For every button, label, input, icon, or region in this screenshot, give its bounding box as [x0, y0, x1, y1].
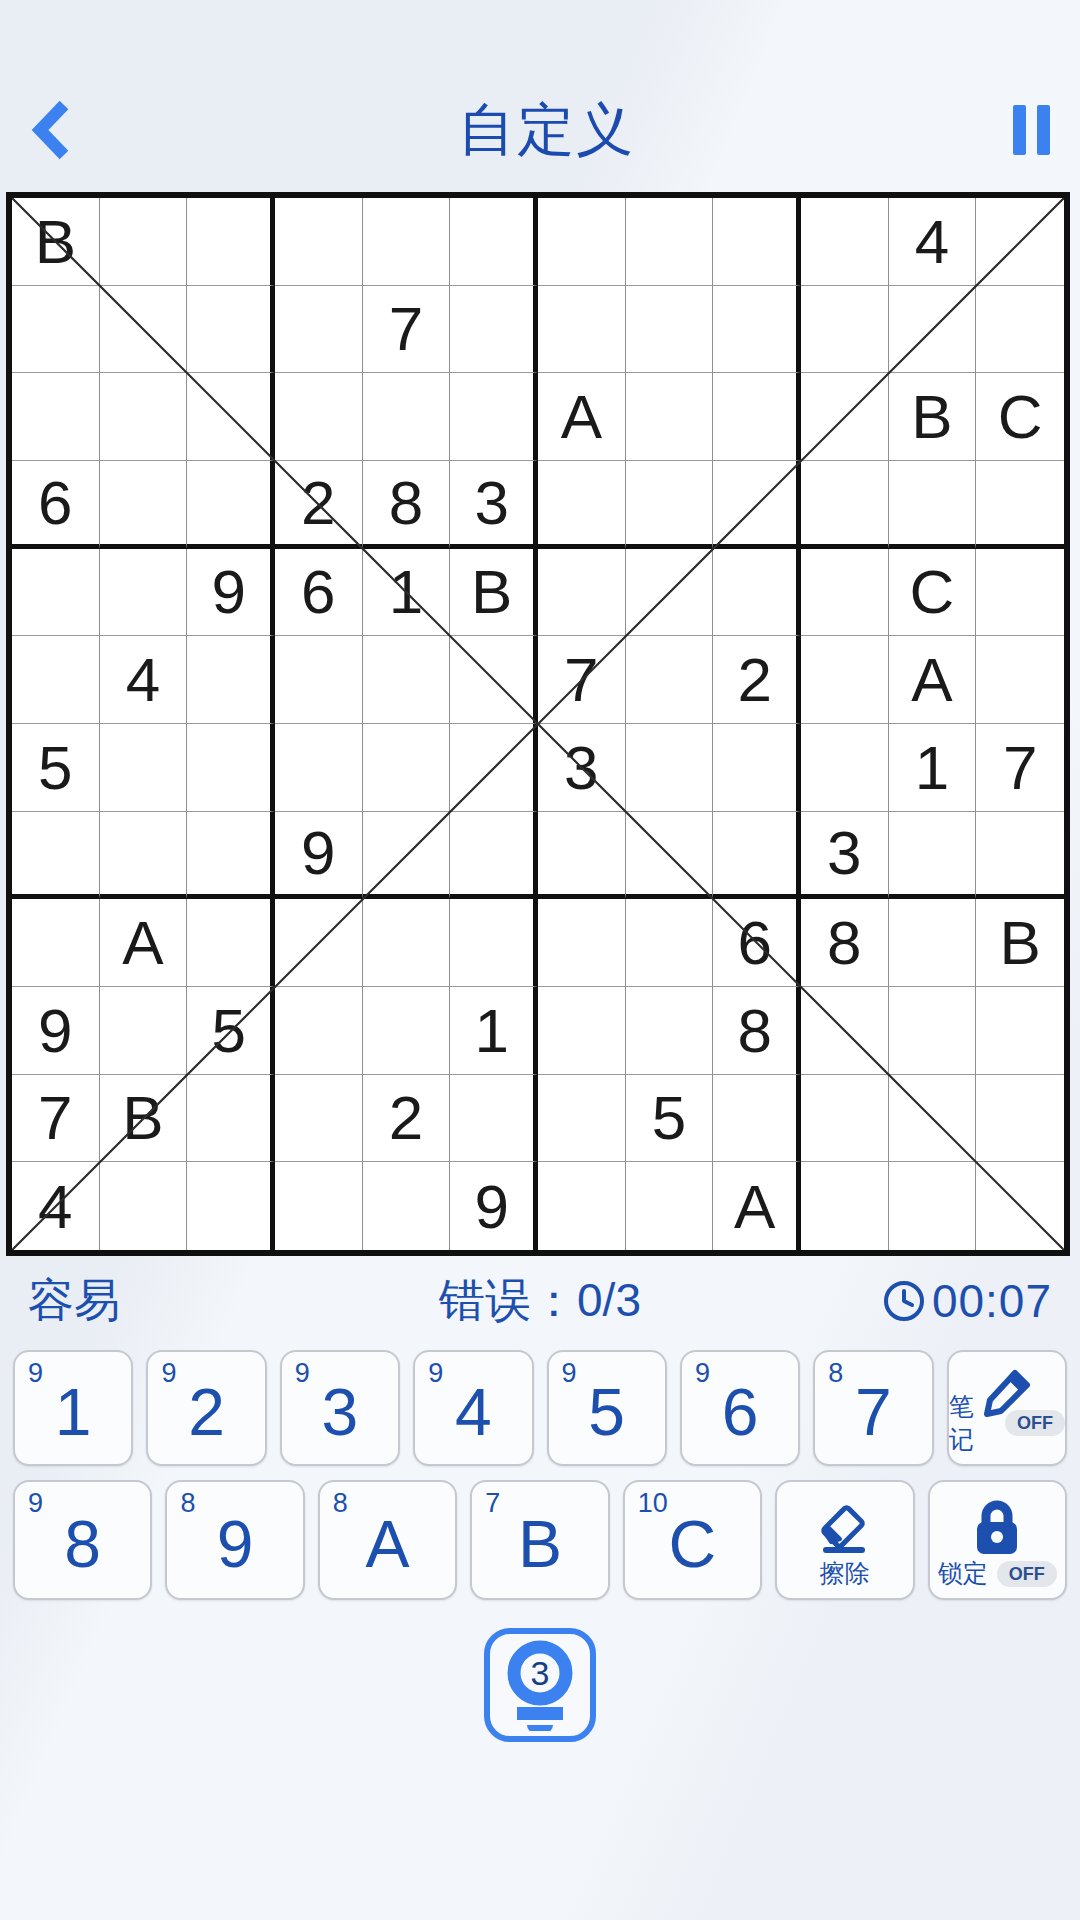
cell-r1c7[interactable] — [538, 198, 626, 286]
cell-r2c10[interactable] — [801, 286, 889, 374]
cell-r7c1[interactable]: 5 — [12, 724, 100, 812]
cell-r7c10[interactable] — [801, 724, 889, 812]
cell-r11c9[interactable] — [713, 1075, 801, 1163]
key-1[interactable]: 91 — [13, 1350, 133, 1466]
cell-r5c1[interactable] — [12, 549, 100, 637]
cell-r6c3[interactable] — [187, 636, 275, 724]
key-label: 2 — [188, 1374, 225, 1450]
hint-button[interactable]: 3 — [484, 1628, 596, 1742]
cell-r11c6[interactable] — [450, 1075, 538, 1163]
erase-button[interactable]: 擦除 — [775, 1480, 914, 1600]
cell-r10c10[interactable] — [801, 987, 889, 1075]
remaining-count: 9 — [562, 1358, 577, 1389]
cell-r2c12[interactable] — [976, 286, 1064, 374]
cell-r6c6[interactable] — [450, 636, 538, 724]
cell-r5c8[interactable] — [626, 549, 714, 637]
key-2[interactable]: 92 — [146, 1350, 266, 1466]
cell-r7c11[interactable]: 1 — [889, 724, 977, 812]
cell-r11c2[interactable]: B — [100, 1075, 188, 1163]
remaining-count: 9 — [161, 1358, 176, 1389]
cell-r4c1[interactable]: 6 — [12, 461, 100, 549]
cell-r3c3[interactable] — [187, 373, 275, 461]
remaining-count: 7 — [485, 1488, 500, 1519]
cell-r6c11[interactable]: A — [889, 636, 977, 724]
cell-r6c7[interactable]: 7 — [538, 636, 626, 724]
cell-r5c2[interactable] — [100, 549, 188, 637]
cell-r12c5[interactable] — [363, 1162, 451, 1250]
key-B[interactable]: 7B — [470, 1480, 609, 1600]
cell-r10c9[interactable]: 8 — [713, 987, 801, 1075]
cell-r4c8[interactable] — [626, 461, 714, 549]
cell-r7c6[interactable] — [450, 724, 538, 812]
cell-r11c3[interactable] — [187, 1075, 275, 1163]
cell-r5c9[interactable] — [713, 549, 801, 637]
cell-r12c4[interactable] — [275, 1162, 363, 1250]
cell-r11c8[interactable]: 5 — [626, 1075, 714, 1163]
eraser-icon — [814, 1494, 876, 1560]
cell-r6c9[interactable]: 2 — [713, 636, 801, 724]
cell-r8c4[interactable]: 9 — [275, 812, 363, 900]
pause-icon — [1037, 105, 1050, 155]
cell-r1c6[interactable] — [450, 198, 538, 286]
cell-r6c12[interactable] — [976, 636, 1064, 724]
keypad-row-2: 98898A7B10C擦除锁定OFF — [0, 1480, 1080, 1600]
key-label: 1 — [55, 1374, 92, 1450]
timer-value: 00:07 — [932, 1274, 1052, 1328]
cell-r8c12[interactable] — [976, 812, 1064, 900]
key-label: B — [518, 1506, 562, 1582]
remaining-count: 8 — [828, 1358, 843, 1389]
cell-r10c1[interactable]: 9 — [12, 987, 100, 1075]
cell-r6c5[interactable] — [363, 636, 451, 724]
remaining-count: 9 — [295, 1358, 310, 1389]
key-A[interactable]: 8A — [318, 1480, 457, 1600]
cell-r2c3[interactable] — [187, 286, 275, 374]
lock-toggle-badge: OFF — [997, 1561, 1057, 1587]
cell-r2c9[interactable] — [713, 286, 801, 374]
remaining-count: 9 — [28, 1358, 43, 1389]
cell-r5c12[interactable] — [976, 549, 1064, 637]
cell-r3c6[interactable] — [450, 373, 538, 461]
cell-r11c1[interactable]: 7 — [12, 1075, 100, 1163]
remaining-count: 9 — [28, 1488, 43, 1519]
back-button[interactable] — [30, 100, 80, 160]
cell-r10c3[interactable]: 5 — [187, 987, 275, 1075]
notes-toggle-badge: OFF — [1005, 1410, 1065, 1436]
cell-r3c5[interactable] — [363, 373, 451, 461]
cell-r2c11[interactable] — [889, 286, 977, 374]
cell-r10c2[interactable] — [100, 987, 188, 1075]
notes-button[interactable]: 笔记OFF — [947, 1350, 1067, 1466]
cell-r3c10[interactable] — [801, 373, 889, 461]
cell-r5c10[interactable] — [801, 549, 889, 637]
key-9[interactable]: 89 — [165, 1480, 304, 1600]
cell-r12c10[interactable] — [801, 1162, 889, 1250]
cell-r5c7[interactable] — [538, 549, 626, 637]
erase-label: 擦除 — [820, 1557, 870, 1590]
key-label: 6 — [722, 1374, 759, 1450]
cell-r1c5[interactable] — [363, 198, 451, 286]
key-label: 5 — [588, 1374, 625, 1450]
sudoku-board: B47ABC6283961BC472A531793A68B95187B2549A — [6, 192, 1070, 1256]
cell-r1c4[interactable] — [275, 198, 363, 286]
cell-r12c12[interactable] — [976, 1162, 1064, 1250]
cell-r1c11[interactable]: 4 — [889, 198, 977, 286]
cell-r11c12[interactable] — [976, 1075, 1064, 1163]
cell-r10c7[interactable] — [538, 987, 626, 1075]
difficulty-label: 容易 — [28, 1270, 120, 1332]
cell-r2c1[interactable] — [12, 286, 100, 374]
cell-r10c12[interactable] — [976, 987, 1064, 1075]
cell-r4c7[interactable] — [538, 461, 626, 549]
cell-r9c7[interactable] — [538, 899, 626, 987]
cell-r5c4[interactable]: 6 — [275, 549, 363, 637]
lightbulb-icon: 3 — [498, 1639, 582, 1731]
cell-r10c8[interactable] — [626, 987, 714, 1075]
cell-r8c5[interactable] — [363, 812, 451, 900]
cell-r9c1[interactable] — [12, 899, 100, 987]
cell-r9c11[interactable] — [889, 899, 977, 987]
cell-r8c8[interactable] — [626, 812, 714, 900]
mistakes-label: 错误： — [439, 1274, 577, 1326]
hint-count: 3 — [531, 1654, 550, 1692]
cell-r4c5[interactable]: 8 — [363, 461, 451, 549]
cell-r12c9[interactable]: A — [713, 1162, 801, 1250]
cell-r3c4[interactable] — [275, 373, 363, 461]
cell-r4c4[interactable]: 2 — [275, 461, 363, 549]
cell-r9c5[interactable] — [363, 899, 451, 987]
keypad-row-1: 91929394959687笔记OFF — [0, 1350, 1080, 1466]
cell-r8c9[interactable] — [713, 812, 801, 900]
key-5[interactable]: 95 — [547, 1350, 667, 1466]
cell-r9c12[interactable]: B — [976, 899, 1064, 987]
remaining-count: 10 — [638, 1488, 668, 1519]
cell-r3c11[interactable]: B — [889, 373, 977, 461]
cell-r3c9[interactable] — [713, 373, 801, 461]
key-label: 7 — [855, 1374, 892, 1450]
cell-r2c5[interactable]: 7 — [363, 286, 451, 374]
status-bar: 容易 错误：0/3 00:07 — [0, 1268, 1080, 1334]
cell-r8c2[interactable] — [100, 812, 188, 900]
cell-r8c11[interactable] — [889, 812, 977, 900]
cell-r2c8[interactable] — [626, 286, 714, 374]
cell-r7c2[interactable] — [100, 724, 188, 812]
cell-r3c1[interactable] — [12, 373, 100, 461]
timer: 00:07 — [882, 1274, 1052, 1328]
key-label: 3 — [322, 1374, 359, 1450]
cell-r2c7[interactable] — [538, 286, 626, 374]
cell-r2c4[interactable] — [275, 286, 363, 374]
cell-r4c12[interactable] — [976, 461, 1064, 549]
cell-r5c5[interactable]: 1 — [363, 549, 451, 637]
cell-r12c8[interactable] — [626, 1162, 714, 1250]
key-C[interactable]: 10C — [623, 1480, 762, 1600]
top-bar: 自定义 — [0, 82, 1080, 178]
cell-r12c11[interactable] — [889, 1162, 977, 1250]
cell-r11c10[interactable] — [801, 1075, 889, 1163]
notes-label: 笔记 — [949, 1390, 996, 1456]
cell-r9c10[interactable]: 8 — [801, 899, 889, 987]
cell-r8c6[interactable] — [450, 812, 538, 900]
key-label: 8 — [64, 1506, 101, 1582]
cell-r7c5[interactable] — [363, 724, 451, 812]
key-8[interactable]: 98 — [13, 1480, 152, 1600]
cell-r6c2[interactable]: 4 — [100, 636, 188, 724]
back-chevron-icon — [30, 100, 74, 160]
cell-r1c8[interactable] — [626, 198, 714, 286]
cell-r2c2[interactable] — [100, 286, 188, 374]
cell-r1c9[interactable] — [713, 198, 801, 286]
key-label: 4 — [455, 1374, 492, 1450]
mistakes-counter: 错误：0/3 — [439, 1270, 641, 1332]
cell-r10c4[interactable] — [275, 987, 363, 1075]
cell-r10c11[interactable] — [889, 987, 977, 1075]
cell-r7c3[interactable] — [187, 724, 275, 812]
cell-r3c7[interactable]: A — [538, 373, 626, 461]
remaining-count: 8 — [180, 1488, 195, 1519]
cell-r10c5[interactable] — [363, 987, 451, 1075]
cell-r1c12[interactable] — [976, 198, 1064, 286]
key-label: A — [366, 1506, 410, 1582]
cell-r11c7[interactable] — [538, 1075, 626, 1163]
cell-r12c7[interactable] — [538, 1162, 626, 1250]
key-3[interactable]: 93 — [280, 1350, 400, 1466]
cell-r3c12[interactable]: C — [976, 373, 1064, 461]
lock-icon — [967, 1494, 1027, 1560]
key-7[interactable]: 87 — [813, 1350, 933, 1466]
clock-icon — [882, 1279, 926, 1323]
cell-r1c3[interactable] — [187, 198, 275, 286]
lock-label: 锁定 — [938, 1557, 988, 1590]
pause-icon — [1013, 105, 1026, 155]
cell-r9c6[interactable] — [450, 899, 538, 987]
cell-r9c9[interactable]: 6 — [713, 899, 801, 987]
lock-button[interactable]: 锁定OFF — [928, 1480, 1067, 1600]
remaining-count: 8 — [333, 1488, 348, 1519]
cell-r4c9[interactable] — [713, 461, 801, 549]
key-label: C — [669, 1506, 717, 1582]
key-4[interactable]: 94 — [413, 1350, 533, 1466]
cell-r9c4[interactable] — [275, 899, 363, 987]
cell-r8c1[interactable] — [12, 812, 100, 900]
cell-r4c2[interactable] — [100, 461, 188, 549]
cell-r11c4[interactable] — [275, 1075, 363, 1163]
cell-r6c10[interactable] — [801, 636, 889, 724]
cell-r9c8[interactable] — [626, 899, 714, 987]
cell-r4c6[interactable]: 3 — [450, 461, 538, 549]
cell-r4c11[interactable] — [889, 461, 977, 549]
cell-r8c10[interactable]: 3 — [801, 812, 889, 900]
cell-r7c12[interactable]: 7 — [976, 724, 1064, 812]
cell-r9c2[interactable]: A — [100, 899, 188, 987]
pause-button[interactable] — [1013, 100, 1050, 160]
cell-r10c6[interactable]: 1 — [450, 987, 538, 1075]
cell-r4c10[interactable] — [801, 461, 889, 549]
cell-r4c3[interactable] — [187, 461, 275, 549]
cell-r11c11[interactable] — [889, 1075, 977, 1163]
cell-r12c1[interactable]: 4 — [12, 1162, 100, 1250]
cell-r2c6[interactable] — [450, 286, 538, 374]
remaining-count: 9 — [428, 1358, 443, 1389]
cell-r5c11[interactable]: C — [889, 549, 977, 637]
cell-r12c2[interactable] — [100, 1162, 188, 1250]
cell-r1c1[interactable]: B — [12, 198, 100, 286]
cell-r7c4[interactable] — [275, 724, 363, 812]
key-6[interactable]: 96 — [680, 1350, 800, 1466]
cell-r12c6[interactable]: 9 — [450, 1162, 538, 1250]
cell-r7c8[interactable] — [626, 724, 714, 812]
cell-r1c10[interactable] — [801, 198, 889, 286]
page-title: 自定义 — [458, 92, 635, 169]
cell-r3c8[interactable] — [626, 373, 714, 461]
cell-r6c1[interactable] — [12, 636, 100, 724]
cell-r11c5[interactable]: 2 — [363, 1075, 451, 1163]
cell-r6c8[interactable] — [626, 636, 714, 724]
cell-r12c3[interactable] — [187, 1162, 275, 1250]
mistakes-value: 0/3 — [577, 1274, 641, 1326]
cell-r1c2[interactable] — [100, 198, 188, 286]
cell-r8c7[interactable] — [538, 812, 626, 900]
cell-r6c4[interactable] — [275, 636, 363, 724]
cell-r5c6[interactable]: B — [450, 549, 538, 637]
key-label: 9 — [217, 1506, 254, 1582]
cell-r8c3[interactable] — [187, 812, 275, 900]
cell-r7c7[interactable]: 3 — [538, 724, 626, 812]
cell-r3c2[interactable] — [100, 373, 188, 461]
cell-r7c9[interactable] — [713, 724, 801, 812]
cell-r9c3[interactable] — [187, 899, 275, 987]
remaining-count: 9 — [695, 1358, 710, 1389]
cell-r5c3[interactable]: 9 — [187, 549, 275, 637]
